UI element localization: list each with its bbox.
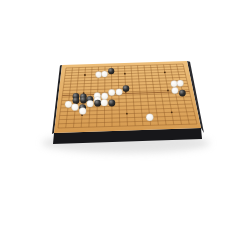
star-point [84,74,86,76]
star-point [171,111,173,113]
stone-white [177,80,183,86]
stone-white [96,71,102,77]
go-board [0,0,240,240]
stone-white [71,104,78,111]
stone-black [123,85,130,92]
stone-black [108,100,115,107]
stone-white [108,89,115,96]
stone-white [146,114,153,121]
stone-black [73,97,80,104]
stone-white [87,100,94,107]
stone-black [94,100,101,107]
star-point [126,113,128,115]
stone-white [101,99,108,106]
stone-white [65,101,72,108]
stone-white [172,87,179,94]
product-photo-stage [0,0,240,240]
star-point [164,71,166,73]
stone-white [101,93,108,100]
stone-white [171,81,177,87]
stone-black [80,97,87,104]
star-point [167,90,169,92]
stone-white [79,108,86,115]
stone-black [179,90,186,97]
stone-black [108,68,114,74]
stone-white [116,89,123,96]
stone-white [101,71,107,77]
star-point [124,73,126,75]
